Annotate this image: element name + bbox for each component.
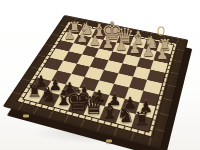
- piece-white-pawn[interactable]: ♟: [102, 37, 114, 50]
- piece-white-pawn[interactable]: ♟: [77, 31, 88, 44]
- piece-white-pawn[interactable]: ♟: [64, 29, 75, 42]
- hinge-icon: [23, 114, 29, 117]
- pieces-layer: ♜♞♝♛♚♝♞♜♟♟♟♟♟♟♟♟♟♟♟♟♟♟♟♟♜♞♝♛♚♝♞♜: [0, 0, 200, 150]
- piece-white-pawn[interactable]: ♟: [156, 48, 168, 62]
- chess-set-photo: ♜♞♝♛♚♝♞♜♟♟♟♟♟♟♟♟♟♟♟♟♟♟♟♟♜♞♝♛♚♝♞♜: [0, 0, 200, 150]
- hinge-icon: [106, 139, 112, 142]
- piece-white-pawn[interactable]: ♟: [115, 40, 127, 53]
- piece-black-rook[interactable]: ♜: [134, 110, 150, 128]
- piece-white-pawn[interactable]: ♟: [89, 34, 101, 47]
- piece-black-knight[interactable]: ♞: [117, 104, 135, 124]
- piece-white-pawn[interactable]: ♟: [142, 45, 154, 58]
- piece-white-pawn[interactable]: ♟: [129, 42, 141, 55]
